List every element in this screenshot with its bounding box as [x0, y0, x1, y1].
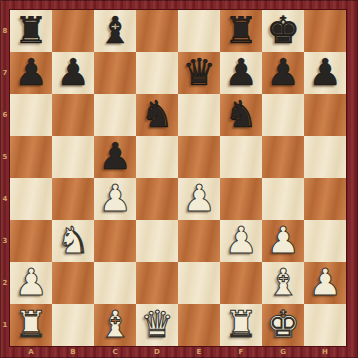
- square-d3[interactable]: [136, 220, 178, 262]
- rank-labels: 87654321: [0, 10, 10, 346]
- white-bishop[interactable]: ♝: [266, 264, 299, 301]
- square-b8[interactable]: [52, 10, 94, 52]
- square-g3[interactable]: ♟: [262, 220, 304, 262]
- square-f6[interactable]: ♞: [220, 94, 262, 136]
- square-b3[interactable]: ♞: [52, 220, 94, 262]
- black-pawn[interactable]: ♟: [308, 54, 341, 91]
- square-d1[interactable]: ♛: [136, 304, 178, 346]
- square-e1[interactable]: [178, 304, 220, 346]
- square-g4[interactable]: [262, 178, 304, 220]
- square-c4[interactable]: ♟: [94, 178, 136, 220]
- square-c1[interactable]: ♝: [94, 304, 136, 346]
- square-h8[interactable]: [304, 10, 346, 52]
- square-h1[interactable]: [304, 304, 346, 346]
- square-f1[interactable]: ♜: [220, 304, 262, 346]
- square-e5[interactable]: [178, 136, 220, 178]
- white-bishop[interactable]: ♝: [98, 306, 131, 343]
- square-d7[interactable]: [136, 52, 178, 94]
- square-c7[interactable]: [94, 52, 136, 94]
- square-f7[interactable]: ♟: [220, 52, 262, 94]
- square-e7[interactable]: ♛: [178, 52, 220, 94]
- square-f3[interactable]: ♟: [220, 220, 262, 262]
- square-e6[interactable]: [178, 94, 220, 136]
- file-label: C: [94, 346, 136, 358]
- square-b2[interactable]: [52, 262, 94, 304]
- black-pawn[interactable]: ♟: [56, 54, 89, 91]
- square-a8[interactable]: ♜: [10, 10, 52, 52]
- file-label: D: [136, 346, 178, 358]
- square-g5[interactable]: [262, 136, 304, 178]
- square-h3[interactable]: [304, 220, 346, 262]
- white-knight[interactable]: ♞: [56, 222, 89, 259]
- square-f4[interactable]: [220, 178, 262, 220]
- square-f2[interactable]: [220, 262, 262, 304]
- rank-label: 3: [0, 220, 10, 262]
- square-a2[interactable]: ♟: [10, 262, 52, 304]
- white-pawn[interactable]: ♟: [224, 222, 257, 259]
- square-c6[interactable]: [94, 94, 136, 136]
- chess-board[interactable]: ♜♝♜♚♟♟♛♟♟♟♞♞♟♟♟♞♟♟♟♝♟♜♝♛♜♚: [10, 10, 346, 346]
- white-queen[interactable]: ♛: [140, 306, 173, 343]
- square-e4[interactable]: ♟: [178, 178, 220, 220]
- white-pawn[interactable]: ♟: [98, 180, 131, 217]
- rank-label: 7: [0, 52, 10, 94]
- white-pawn[interactable]: ♟: [266, 222, 299, 259]
- white-pawn[interactable]: ♟: [308, 264, 341, 301]
- white-pawn[interactable]: ♟: [182, 180, 215, 217]
- black-bishop[interactable]: ♝: [98, 12, 131, 49]
- rank-label: 1: [0, 304, 10, 346]
- square-e8[interactable]: [178, 10, 220, 52]
- black-pawn[interactable]: ♟: [14, 54, 47, 91]
- square-c2[interactable]: [94, 262, 136, 304]
- rank-label: 5: [0, 136, 10, 178]
- black-pawn[interactable]: ♟: [266, 54, 299, 91]
- black-king[interactable]: ♚: [266, 12, 299, 49]
- white-rook[interactable]: ♜: [14, 306, 47, 343]
- square-f5[interactable]: [220, 136, 262, 178]
- file-label: H: [304, 346, 346, 358]
- square-g7[interactable]: ♟: [262, 52, 304, 94]
- square-g8[interactable]: ♚: [262, 10, 304, 52]
- square-h5[interactable]: [304, 136, 346, 178]
- black-rook[interactable]: ♜: [14, 12, 47, 49]
- square-e2[interactable]: [178, 262, 220, 304]
- square-g6[interactable]: [262, 94, 304, 136]
- rank-label: 4: [0, 178, 10, 220]
- square-c8[interactable]: ♝: [94, 10, 136, 52]
- square-a5[interactable]: [10, 136, 52, 178]
- chess-board-frame: 87654321 ABCDEFGH ♜♝♜♚♟♟♛♟♟♟♞♞♟♟♟♞♟♟♟♝♟♜…: [0, 0, 358, 358]
- file-labels: ABCDEFGH: [10, 346, 346, 358]
- square-e3[interactable]: [178, 220, 220, 262]
- square-g2[interactable]: ♝: [262, 262, 304, 304]
- square-d4[interactable]: [136, 178, 178, 220]
- square-d5[interactable]: [136, 136, 178, 178]
- rank-label: 8: [0, 10, 10, 52]
- square-a7[interactable]: ♟: [10, 52, 52, 94]
- square-h7[interactable]: ♟: [304, 52, 346, 94]
- rank-label: 2: [0, 262, 10, 304]
- black-rook[interactable]: ♜: [224, 12, 257, 49]
- black-pawn[interactable]: ♟: [224, 54, 257, 91]
- square-d2[interactable]: [136, 262, 178, 304]
- square-c5[interactable]: ♟: [94, 136, 136, 178]
- black-queen[interactable]: ♛: [182, 54, 215, 91]
- square-d8[interactable]: [136, 10, 178, 52]
- white-rook[interactable]: ♜: [224, 306, 257, 343]
- square-b7[interactable]: ♟: [52, 52, 94, 94]
- square-c3[interactable]: [94, 220, 136, 262]
- file-label: B: [52, 346, 94, 358]
- square-g1[interactable]: ♚: [262, 304, 304, 346]
- square-d6[interactable]: ♞: [136, 94, 178, 136]
- square-a4[interactable]: [10, 178, 52, 220]
- file-label: G: [262, 346, 304, 358]
- square-a6[interactable]: [10, 94, 52, 136]
- white-king[interactable]: ♚: [266, 306, 299, 343]
- file-label: E: [178, 346, 220, 358]
- square-h6[interactable]: [304, 94, 346, 136]
- black-pawn[interactable]: ♟: [98, 138, 131, 175]
- black-knight[interactable]: ♞: [140, 96, 173, 133]
- rank-label: 6: [0, 94, 10, 136]
- square-a3[interactable]: [10, 220, 52, 262]
- square-b5[interactable]: [52, 136, 94, 178]
- square-b6[interactable]: [52, 94, 94, 136]
- square-h2[interactable]: ♟: [304, 262, 346, 304]
- square-b4[interactable]: [52, 178, 94, 220]
- file-label: F: [220, 346, 262, 358]
- black-knight[interactable]: ♞: [224, 96, 257, 133]
- square-f8[interactable]: ♜: [220, 10, 262, 52]
- square-b1[interactable]: [52, 304, 94, 346]
- square-a1[interactable]: ♜: [10, 304, 52, 346]
- file-label: A: [10, 346, 52, 358]
- square-h4[interactable]: [304, 178, 346, 220]
- white-pawn[interactable]: ♟: [14, 264, 47, 301]
